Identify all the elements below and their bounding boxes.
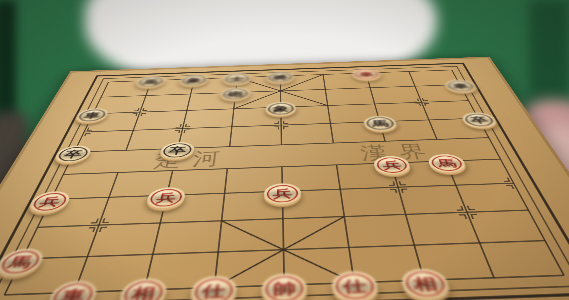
piece-red-chariot: 車: [343, 65, 390, 81]
piece-black-elephant: 象: [257, 98, 305, 117]
piece-black-chariot: 車: [434, 76, 487, 93]
piece-red-soldier: 兵: [134, 182, 198, 210]
piece-red-horse: 馬: [0, 241, 62, 277]
xiangqi-board: 楚河漢界馬象士將車砲車車象馬卒卒卒兵馬兵兵兵馬車相仕帥仕相: [0, 57, 569, 300]
piece-black-horse: 馬: [353, 112, 408, 132]
piece-black-horse: 馬: [127, 73, 175, 89]
piece-black-soldier: 卒: [42, 141, 104, 164]
xiangqi-photo-scene: 楚河漢界馬象士將車砲車車象馬卒卒卒兵馬兵兵兵馬車相仕帥仕相: [0, 0, 569, 300]
piece-red-general: 帥: [248, 266, 320, 300]
board-perspective-wrap: 楚河漢界馬象士將車砲車車象馬卒卒卒兵馬兵兵兵馬車相仕帥仕相: [0, 0, 569, 300]
piece-black-advisor: 士: [215, 70, 259, 86]
piece-black-general: 將: [258, 68, 302, 84]
piece-black-soldier: 卒: [449, 108, 508, 128]
piece-red-advisor: 仕: [318, 263, 394, 300]
piece-black-elephant: 象: [171, 71, 217, 87]
piece-black-soldier: 卒: [149, 137, 206, 160]
piece-red-advisor: 仕: [176, 268, 250, 300]
piece-red-elephant: 相: [103, 270, 182, 300]
piece-red-elephant: 相: [385, 261, 466, 300]
pieces-layer: 馬象士將車砲車車象馬卒卒卒兵馬兵兵兵馬車相仕帥仕相: [0, 62, 569, 300]
piece-black-chariot: 車: [65, 104, 120, 123]
piece-black-cannon: 砲: [212, 84, 259, 101]
piece-red-soldier: 兵: [361, 151, 422, 176]
piece-red-soldier: 兵: [253, 178, 313, 206]
piece-red-horse: 馬: [415, 149, 479, 174]
piece-red-chariot: 車: [31, 273, 115, 300]
